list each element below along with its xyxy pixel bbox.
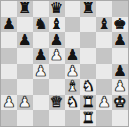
square-f8[interactable]: ♜ [80,1,96,17]
square-g6[interactable] [96,32,112,48]
square-e1[interactable] [65,110,81,126]
black-rook-piece: ♜ [18,1,31,16]
square-e4[interactable]: ♟ [65,64,81,80]
black-knight-piece: ♞ [34,17,47,32]
white-pawn-piece: ♟ [34,64,47,79]
square-h3[interactable]: ♟ [112,79,128,95]
white-king-piece: ♚ [113,95,126,110]
square-g1[interactable] [96,110,112,126]
square-h8[interactable] [112,1,128,17]
square-h6[interactable]: ♟ [112,32,128,48]
white-pawn-piece: ♟ [66,64,79,79]
square-d6[interactable]: ♟ [49,32,65,48]
square-h2[interactable]: ♚ [112,95,128,111]
black-king-piece: ♚ [113,17,126,32]
square-d5[interactable]: ♟ [49,48,65,64]
square-f6[interactable] [80,32,96,48]
black-pawn-piece: ♟ [18,32,31,47]
square-b1[interactable] [17,110,33,126]
black-pawn-piece: ♟ [34,48,47,63]
black-pawn-piece: ♟ [50,32,63,47]
square-g2[interactable]: ♟ [96,95,112,111]
square-h7[interactable]: ♚ [112,17,128,33]
white-pawn-piece: ♟ [113,79,126,94]
square-b2[interactable]: ♟ [17,95,33,111]
square-a4[interactable] [1,64,17,80]
black-queen-piece: ♛ [50,1,63,16]
square-g5[interactable] [96,48,112,64]
square-f5[interactable] [80,48,96,64]
square-f2[interactable]: ♜ [80,95,96,111]
white-pawn-piece: ♟ [50,48,63,63]
square-g8[interactable] [96,1,112,17]
white-pawn-piece: ♟ [18,95,31,110]
square-b5[interactable] [17,48,33,64]
square-b7[interactable] [17,17,33,33]
white-queen-piece: ♛ [50,95,63,110]
square-b6[interactable]: ♟ [17,32,33,48]
square-a6[interactable] [1,32,17,48]
square-e6[interactable] [65,32,81,48]
square-e5[interactable]: ♟ [65,48,81,64]
square-c1[interactable] [33,110,49,126]
square-a8[interactable] [1,1,17,17]
square-h5[interactable] [112,48,128,64]
white-pawn-piece: ♟ [2,95,15,110]
white-knight-piece: ♞ [82,79,95,94]
square-f3[interactable]: ♞ [80,79,96,95]
white-knight-piece: ♞ [66,95,79,110]
square-f7[interactable] [80,17,96,33]
square-a2[interactable]: ♟ [1,95,17,111]
square-d3[interactable] [49,79,65,95]
square-c8[interactable] [33,1,49,17]
square-a7[interactable]: ♟ [1,17,17,33]
square-e7[interactable] [65,17,81,33]
square-c3[interactable] [33,79,49,95]
square-b4[interactable] [17,64,33,80]
square-c4[interactable]: ♟ [33,64,49,80]
square-a3[interactable] [1,79,17,95]
square-g7[interactable]: ♝ [96,17,112,33]
square-g3[interactable] [96,79,112,95]
black-bishop-piece: ♝ [50,17,63,32]
square-c5[interactable]: ♟ [33,48,49,64]
square-a5[interactable] [1,48,17,64]
white-pawn-piece: ♟ [97,95,110,110]
square-c7[interactable]: ♞ [33,17,49,33]
black-pawn-piece: ♟ [113,64,126,79]
square-d2[interactable]: ♛ [49,95,65,111]
white-rook-piece: ♜ [82,95,95,110]
square-h1[interactable] [112,110,128,126]
square-e8[interactable] [65,1,81,17]
square-c6[interactable] [33,32,49,48]
square-d4[interactable] [49,64,65,80]
square-d7[interactable]: ♝ [49,17,65,33]
square-b8[interactable]: ♜ [17,1,33,17]
chess-board: ♜♛♜♟♞♝♝♚♟♟♟♟♟♟♟♟♟♝♞♟♟♟♛♞♜♟♚♜ [0,0,129,127]
white-bishop-piece: ♝ [66,79,79,94]
square-h4[interactable]: ♟ [112,64,128,80]
square-f1[interactable]: ♜ [80,110,96,126]
black-rook-piece: ♜ [82,1,95,16]
square-g4[interactable] [96,64,112,80]
black-pawn-piece: ♟ [2,17,15,32]
square-c2[interactable] [33,95,49,111]
black-pawn-piece: ♟ [66,48,79,63]
square-f4[interactable] [80,64,96,80]
black-pawn-piece: ♟ [113,32,126,47]
square-d8[interactable]: ♛ [49,1,65,17]
square-d1[interactable] [49,110,65,126]
black-bishop-piece: ♝ [97,17,110,32]
square-e3[interactable]: ♝ [65,79,81,95]
square-a1[interactable] [1,110,17,126]
square-e2[interactable]: ♞ [65,95,81,111]
square-b3[interactable] [17,79,33,95]
white-rook-piece: ♜ [82,110,95,125]
